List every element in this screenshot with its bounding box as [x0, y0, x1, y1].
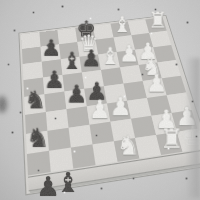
- square-b6: [42, 59, 63, 77]
- square-c4: ♟: [64, 89, 86, 109]
- board-grid: ♚♝♜♟♛♝♟♝♟♟♟♞♞♟♟♟♟♟♞♟♟♞♜♚: [21, 17, 200, 175]
- piece-white-pawn-d3: ♟: [89, 97, 112, 122]
- square-a4: ♞: [24, 94, 46, 115]
- square-f1: [135, 135, 161, 159]
- photo-shading: [185, 58, 200, 198]
- square-g3: [147, 95, 172, 116]
- square-d3: ♟: [87, 103, 111, 124]
- square-g5: ♞: [139, 62, 162, 81]
- square-c1: [71, 144, 96, 168]
- photo-smudge: [0, 96, 7, 113]
- square-f4: [123, 81, 147, 101]
- square-c2: [69, 125, 93, 148]
- chess-photo-scene: ♚♝♜♟♛♝♟♝♟♟♟♞♞♟♟♟♟♟♞♟♟♞♜♚ ♟♝: [0, 0, 200, 200]
- square-a3: [25, 112, 47, 134]
- square-f2: [131, 116, 156, 138]
- square-c5: [63, 72, 85, 91]
- square-e4: [104, 84, 127, 104]
- chess-board: ♚♝♜♟♛♝♟♝♟♟♟♞♞♟♟♟♟♟♞♟♟♞♜♚: [18, 15, 200, 196]
- photo-speckle-noise: [0, 0, 1, 1]
- piece-white-rook-h8: ♜: [148, 10, 167, 32]
- square-h5: [157, 60, 180, 78]
- square-b5: ♟: [43, 75, 64, 94]
- square-h4: [162, 76, 186, 95]
- square-b8: [39, 30, 59, 46]
- square-d2: [90, 122, 114, 145]
- square-d5: [82, 70, 104, 89]
- captured-black-bishop: ♝: [56, 169, 80, 196]
- piece-white-pawn-g2: ♟: [155, 107, 178, 133]
- piece-black-pawn-c4: ♟: [66, 82, 88, 107]
- square-a5: [23, 78, 44, 98]
- square-f3: [127, 98, 151, 119]
- board-frame: ♚♝♜♟♛♝♟♝♟♟♟♞♞♟♟♟♟♟♞♟♟♞♜♚: [18, 15, 200, 196]
- square-g1: ♜: [156, 132, 182, 155]
